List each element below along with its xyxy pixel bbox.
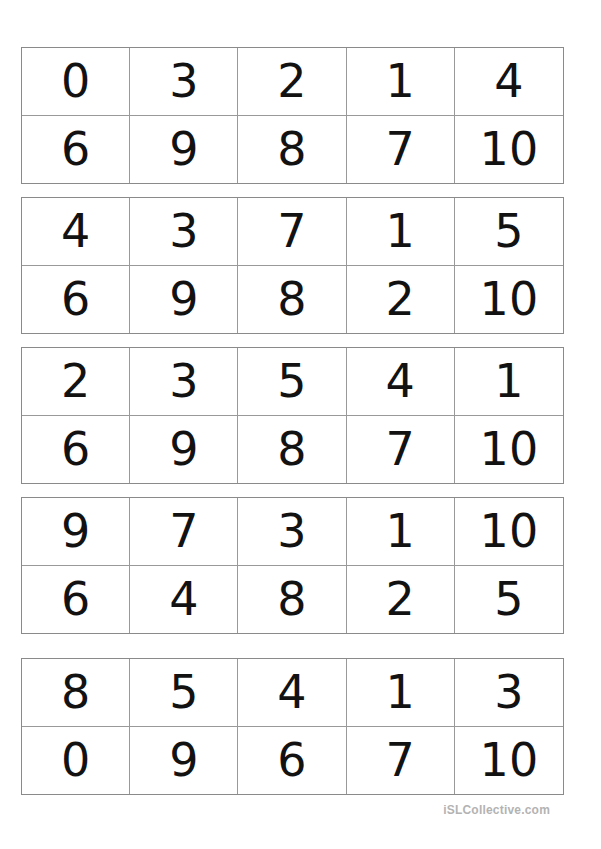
number-cell: 5 [455, 198, 563, 266]
number-cell: 3 [130, 48, 238, 116]
number-cell: 10 [455, 416, 563, 484]
number-cell: 2 [347, 566, 455, 634]
number-cell: 1 [347, 659, 455, 727]
bingo-card-2: 4 3 7 1 5 6 9 8 2 10 [21, 197, 564, 334]
number-cell: 8 [238, 266, 346, 334]
number-cell: 9 [130, 266, 238, 334]
number-cell: 3 [130, 198, 238, 266]
number-cell: 7 [347, 727, 455, 795]
number-cell: 4 [130, 566, 238, 634]
number-cell: 9 [22, 498, 130, 566]
number-cell: 4 [455, 48, 563, 116]
number-cell: 1 [455, 348, 563, 416]
number-cell: 9 [130, 727, 238, 795]
number-cell: 10 [455, 266, 563, 334]
islcollective-watermark: iSLCollective.com [443, 803, 550, 817]
number-cell: 2 [238, 48, 346, 116]
number-cell: 6 [22, 116, 130, 184]
number-cell: 7 [238, 198, 346, 266]
number-cell: 3 [238, 498, 346, 566]
number-cell: 4 [347, 348, 455, 416]
number-cell: 6 [238, 727, 346, 795]
number-cell: 1 [347, 498, 455, 566]
number-cell: 8 [238, 116, 346, 184]
number-cell: 10 [455, 116, 563, 184]
number-cell: 10 [455, 498, 563, 566]
number-cell: 8 [238, 566, 346, 634]
number-cell: 8 [22, 659, 130, 727]
number-cell: 7 [130, 498, 238, 566]
number-cell: 2 [347, 266, 455, 334]
number-cell: 1 [347, 48, 455, 116]
number-cell: 2 [22, 348, 130, 416]
number-cell: 3 [455, 659, 563, 727]
number-cell: 5 [238, 348, 346, 416]
number-cell: 7 [347, 116, 455, 184]
number-cell: 5 [455, 566, 563, 634]
number-cell: 7 [347, 416, 455, 484]
number-cell: 0 [22, 48, 130, 116]
number-cell: 6 [22, 416, 130, 484]
number-cell: 6 [22, 566, 130, 634]
bingo-card-3: 2 3 5 4 1 6 9 8 7 10 [21, 347, 564, 484]
number-cell: 9 [130, 416, 238, 484]
worksheet-page: 0 3 2 1 4 6 9 8 7 10 4 3 7 1 5 6 9 8 2 1… [0, 0, 601, 849]
number-cell: 0 [22, 727, 130, 795]
bingo-card-5: 8 5 4 1 3 0 9 6 7 10 [21, 658, 564, 795]
bingo-card-4: 9 7 3 1 10 6 4 8 2 5 [21, 497, 564, 634]
bingo-card-1: 0 3 2 1 4 6 9 8 7 10 [21, 47, 564, 184]
number-cell: 6 [22, 266, 130, 334]
number-cell: 4 [22, 198, 130, 266]
number-cell: 1 [347, 198, 455, 266]
number-cell: 4 [238, 659, 346, 727]
number-cell: 5 [130, 659, 238, 727]
number-cell: 8 [238, 416, 346, 484]
number-cell: 3 [130, 348, 238, 416]
number-cell: 10 [455, 727, 563, 795]
number-cell: 9 [130, 116, 238, 184]
